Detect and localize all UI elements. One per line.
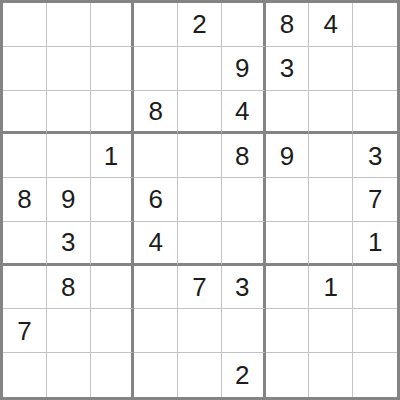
cell-r5c7[interactable] bbox=[266, 178, 310, 222]
cell-r9c9[interactable] bbox=[353, 353, 397, 397]
cell-r9c2[interactable] bbox=[47, 353, 91, 397]
cell-r7c9[interactable] bbox=[353, 266, 397, 310]
cell-r4c4[interactable] bbox=[134, 134, 178, 178]
cell-r8c7[interactable] bbox=[266, 309, 310, 353]
cell-r4c8[interactable] bbox=[309, 134, 353, 178]
cell-r2c9[interactable] bbox=[353, 47, 397, 91]
cell-r9c6[interactable]: 2 bbox=[222, 353, 266, 397]
cell-r3c5[interactable] bbox=[178, 91, 222, 135]
cell-r6c5[interactable] bbox=[178, 222, 222, 266]
cell-r3c6[interactable]: 4 bbox=[222, 91, 266, 135]
cell-r7c4[interactable] bbox=[134, 266, 178, 310]
cell-r3c7[interactable] bbox=[266, 91, 310, 135]
cell-r3c1[interactable] bbox=[3, 91, 47, 135]
cell-r6c6[interactable] bbox=[222, 222, 266, 266]
cell-r5c1[interactable]: 8 bbox=[3, 178, 47, 222]
cell-r1c2[interactable] bbox=[47, 3, 91, 47]
cell-r1c4[interactable] bbox=[134, 3, 178, 47]
cell-r8c2[interactable] bbox=[47, 309, 91, 353]
cell-r7c6[interactable]: 3 bbox=[222, 266, 266, 310]
cell-r5c5[interactable] bbox=[178, 178, 222, 222]
cell-r8c4[interactable] bbox=[134, 309, 178, 353]
cell-r2c4[interactable] bbox=[134, 47, 178, 91]
cell-r6c3[interactable] bbox=[91, 222, 135, 266]
cell-r2c6[interactable]: 9 bbox=[222, 47, 266, 91]
cell-r7c1[interactable] bbox=[3, 266, 47, 310]
cell-r7c8[interactable]: 1 bbox=[309, 266, 353, 310]
cell-r9c3[interactable] bbox=[91, 353, 135, 397]
cell-r8c3[interactable] bbox=[91, 309, 135, 353]
cell-r5c9[interactable]: 7 bbox=[353, 178, 397, 222]
cell-r2c8[interactable] bbox=[309, 47, 353, 91]
sudoku-page: 284938418938967341873172 bbox=[0, 0, 400, 400]
cell-r8c6[interactable] bbox=[222, 309, 266, 353]
cell-r1c1[interactable] bbox=[3, 3, 47, 47]
cell-r6c4[interactable]: 4 bbox=[134, 222, 178, 266]
cell-r3c2[interactable] bbox=[47, 91, 91, 135]
cell-r7c5[interactable]: 7 bbox=[178, 266, 222, 310]
cell-r5c8[interactable] bbox=[309, 178, 353, 222]
cell-r8c5[interactable] bbox=[178, 309, 222, 353]
cell-r6c9[interactable]: 1 bbox=[353, 222, 397, 266]
cell-r4c7[interactable]: 9 bbox=[266, 134, 310, 178]
cell-r2c3[interactable] bbox=[91, 47, 135, 91]
cell-r5c6[interactable] bbox=[222, 178, 266, 222]
cell-r8c1[interactable]: 7 bbox=[3, 309, 47, 353]
cell-r2c5[interactable] bbox=[178, 47, 222, 91]
cell-r2c1[interactable] bbox=[3, 47, 47, 91]
cell-r5c4[interactable]: 6 bbox=[134, 178, 178, 222]
cell-r1c7[interactable]: 8 bbox=[266, 3, 310, 47]
cell-r6c8[interactable] bbox=[309, 222, 353, 266]
cell-r8c9[interactable] bbox=[353, 309, 397, 353]
cell-r4c6[interactable]: 8 bbox=[222, 134, 266, 178]
cell-r9c5[interactable] bbox=[178, 353, 222, 397]
cell-r1c8[interactable]: 4 bbox=[309, 3, 353, 47]
cell-r1c5[interactable]: 2 bbox=[178, 3, 222, 47]
cell-r1c6[interactable] bbox=[222, 3, 266, 47]
cell-r4c2[interactable] bbox=[47, 134, 91, 178]
cell-r4c5[interactable] bbox=[178, 134, 222, 178]
cell-r7c7[interactable] bbox=[266, 266, 310, 310]
cell-r5c2[interactable]: 9 bbox=[47, 178, 91, 222]
cell-r5c3[interactable] bbox=[91, 178, 135, 222]
cell-r6c1[interactable] bbox=[3, 222, 47, 266]
cell-r6c7[interactable] bbox=[266, 222, 310, 266]
cell-r3c8[interactable] bbox=[309, 91, 353, 135]
cell-r8c8[interactable] bbox=[309, 309, 353, 353]
cell-r1c3[interactable] bbox=[91, 3, 135, 47]
cell-r3c4[interactable]: 8 bbox=[134, 91, 178, 135]
sudoku-board: 284938418938967341873172 bbox=[0, 0, 400, 400]
cell-r7c3[interactable] bbox=[91, 266, 135, 310]
cell-r3c3[interactable] bbox=[91, 91, 135, 135]
cell-r6c2[interactable]: 3 bbox=[47, 222, 91, 266]
cell-r7c2[interactable]: 8 bbox=[47, 266, 91, 310]
cell-r9c8[interactable] bbox=[309, 353, 353, 397]
cell-r1c9[interactable] bbox=[353, 3, 397, 47]
cell-r4c1[interactable] bbox=[3, 134, 47, 178]
cell-r2c2[interactable] bbox=[47, 47, 91, 91]
cell-r2c7[interactable]: 3 bbox=[266, 47, 310, 91]
cell-r3c9[interactable] bbox=[353, 91, 397, 135]
cell-r9c7[interactable] bbox=[266, 353, 310, 397]
cell-r9c1[interactable] bbox=[3, 353, 47, 397]
cell-r9c4[interactable] bbox=[134, 353, 178, 397]
cell-r4c9[interactable]: 3 bbox=[353, 134, 397, 178]
cell-r4c3[interactable]: 1 bbox=[91, 134, 135, 178]
